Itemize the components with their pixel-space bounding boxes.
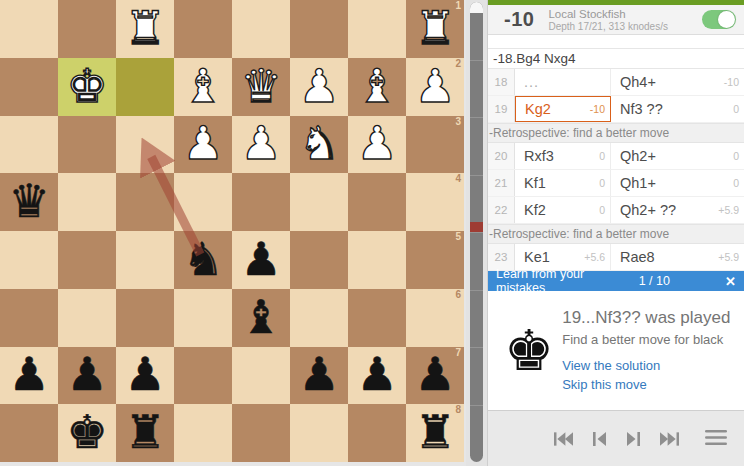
retrospective-bar: -Retrospective: find a better move [488,224,744,244]
square-a2[interactable]: ♟2 [406,58,464,116]
square-a1[interactable]: ♜1 [406,0,464,58]
move-san: Ke1 [524,249,550,265]
square-g7[interactable]: ♟ [58,347,116,405]
square-h5[interactable] [0,231,58,289]
white-pawn[interactable]: ♟ [298,63,339,109]
eval-gauge-tick [470,175,483,176]
square-g8[interactable]: ♚ [58,404,116,462]
engine-info: Local Stockfish Depth 17/21, 313 knodes/… [548,7,702,33]
square-h3[interactable] [0,116,58,174]
engine-header: -10 Local Stockfish Depth 17/21, 313 kno… [488,5,744,35]
white-pawn[interactable]: ♟ [414,63,455,109]
square-c3[interactable]: ♞ [290,116,348,174]
rank-coordinate-label: 3 [455,117,461,127]
white-king[interactable]: ♚ [66,63,107,109]
retrospective-bar: -Retrospective: find a better move [488,123,744,143]
black-pawn[interactable]: ♟ [66,351,107,397]
move-row-20: 20 Rxf30 Qh2+0 [488,143,744,170]
move-eval: -10 [590,103,605,115]
square-b8[interactable] [348,404,406,462]
move-eval: +5.9 [718,251,739,263]
square-b4[interactable] [348,173,406,231]
played-move-label: 19...Nf3?? was played [562,306,730,331]
move-row-21: 21 Kf10 Qh1+0 [488,170,744,197]
square-b1[interactable] [348,0,406,58]
move-white-18[interactable]: ... [515,69,611,95]
move-black-18[interactable]: Qh4+-10 [611,69,744,95]
black-king[interactable]: ♚ [66,409,107,455]
move-number: 20 [488,143,515,169]
square-a8[interactable]: ♜8 [406,404,464,462]
rank-coordinate-label: 6 [455,290,461,300]
black-pawn[interactable]: ♟ [124,351,165,397]
square-h1[interactable] [0,0,58,58]
move-eval: -10 [724,76,739,88]
previous-move-button[interactable] [592,432,607,446]
square-a7[interactable]: ♟7 [406,347,464,405]
square-d1[interactable] [232,0,290,58]
move-san: Qh4+ [620,74,656,90]
white-bishop[interactable]: ♝ [356,63,397,109]
white-rook[interactable]: ♜ [414,5,455,51]
white-bishop[interactable]: ♝ [182,63,223,109]
square-f5[interactable] [116,231,174,289]
move-eval: +5.6 [584,251,605,263]
square-e1[interactable] [174,0,232,58]
black-pawn[interactable]: ♟ [8,351,49,397]
square-f8[interactable]: ♜ [116,404,174,462]
mistake-counter: 1 / 10 [602,274,708,288]
square-h2[interactable] [0,58,58,116]
move-white-19-current[interactable]: Kg2-10 [515,96,611,122]
square-c2[interactable]: ♟ [290,58,348,116]
square-g4[interactable] [58,173,116,231]
square-c7[interactable]: ♟ [290,347,348,405]
square-a3[interactable]: 3 [406,116,464,174]
move-san: Nf3 ?? [620,101,663,117]
movelist-spacer [488,35,744,48]
eval-gauge-tick [470,290,483,291]
move-eval: 0 [599,150,605,162]
analysis-panel: -10 Local Stockfish Depth 17/21, 313 kno… [487,0,744,466]
black-pawn[interactable]: ♟ [414,351,455,397]
square-a5[interactable]: 5 [406,231,464,289]
move-number: 19 [488,96,515,122]
square-f3[interactable] [116,116,174,174]
rank-coordinate-label: 2 [455,59,461,69]
square-e4[interactable] [174,173,232,231]
square-g6[interactable] [58,289,116,347]
rank-coordinate-label: 1 [455,1,461,11]
move-san: Kg2 [525,101,551,117]
move-san: ... [524,74,539,90]
square-c8[interactable] [290,404,348,462]
move-eval: 0 [599,177,605,189]
white-pawn[interactable]: ♟ [182,120,223,166]
move-eval: 0 [599,204,605,216]
move-san: Qh1+ [620,175,656,191]
navigation-bar [488,411,744,466]
eval-gauge-tick [470,117,483,118]
jump-to-start-button[interactable] [554,432,573,446]
square-h7[interactable]: ♟ [0,347,58,405]
rank-coordinate-label: 8 [455,405,461,415]
chess-board[interactable]: ♜♜1♚♝♛♟♝♟2♟♟♞♟3♛4♞♟5♝6♟♟♟♟♟♟7♚♜♜8 [0,0,464,462]
square-d4[interactable] [232,173,290,231]
square-f1[interactable]: ♜ [116,0,174,58]
move-white-21[interactable]: Kf10 [515,170,611,196]
eval-gauge-tick [470,60,483,61]
black-bishop[interactable]: ♝ [240,294,281,340]
black-queen[interactable]: ♛ [8,178,49,224]
jump-to-end-button[interactable] [660,432,679,446]
move-black-21[interactable]: Qh1+0 [611,170,744,196]
engine-depth: Depth 17/21, 313 knodes/s [548,21,702,33]
black-pawn[interactable]: ♟ [298,351,339,397]
square-g2[interactable]: ♚ [58,58,116,116]
square-d3[interactable]: ♟ [232,116,290,174]
find-better-prompt: Find a better move for black [562,331,730,350]
white-pawn[interactable]: ♟ [240,120,281,166]
move-number: 22 [488,197,515,223]
move-eval: 0 [733,150,739,162]
black-king-icon: ♚ [504,323,554,379]
move-row-19: 19 Kg2-10 Nf3 ??0 [488,96,744,123]
black-pawn[interactable]: ♟ [356,351,397,397]
move-row-22: 22 Kf20 Qh2+ ??+5.9 [488,197,744,224]
move-san: Qh2+ [620,148,656,164]
chess-board-area: ♜♜1♚♝♛♟♝♟2♟♟♞♟3♛4♞♟5♝6♟♟♟♟♟♟7♚♜♜8 [0,0,466,466]
square-d7[interactable] [232,347,290,405]
white-rook[interactable]: ♜ [124,5,165,51]
eval-gauge-tick [470,347,483,348]
square-c6[interactable] [290,289,348,347]
eval-gauge-tick [470,405,483,406]
move-eval: 0 [733,103,739,115]
square-b7[interactable]: ♟ [348,347,406,405]
move-black-20[interactable]: Qh2+0 [611,143,744,169]
square-f2[interactable] [116,58,174,116]
engine-eval: -10 [488,8,548,31]
square-g3[interactable] [58,116,116,174]
square-e8[interactable] [174,404,232,462]
square-h8[interactable] [0,404,58,462]
square-c5[interactable] [290,231,348,289]
move-white-22[interactable]: Kf20 [515,197,611,223]
white-pawn[interactable]: ♟ [356,120,397,166]
square-h6[interactable] [0,289,58,347]
move-san: Kf1 [524,175,546,191]
square-g1[interactable] [58,0,116,58]
eval-gauge-tick [470,232,483,233]
rank-coordinate-label: 4 [455,174,461,184]
move-san: Rae8 [620,249,655,265]
square-e6[interactable] [174,289,232,347]
move-row-18: 18 ... Qh4+-10 [488,69,744,96]
rank-coordinate-label: 5 [455,232,461,242]
square-e7[interactable] [174,347,232,405]
engine-toggle[interactable] [702,10,736,29]
square-a6[interactable]: 6 [406,289,464,347]
move-eval: +5.9 [718,204,739,216]
move-eval: 0 [733,177,739,189]
eval-gauge-strip [466,0,487,466]
move-san: Qh2+ ?? [620,202,676,218]
square-c1[interactable] [290,0,348,58]
move-san: Kf2 [524,202,546,218]
rank-coordinate-label: 7 [455,348,461,358]
square-d5[interactable]: ♟ [232,231,290,289]
square-f4[interactable] [116,173,174,231]
square-d2[interactable]: ♛ [232,58,290,116]
white-knight[interactable]: ♞ [298,120,339,166]
square-b3[interactable]: ♟ [348,116,406,174]
square-b6[interactable] [348,289,406,347]
eval-gauge-white-portion [470,2,483,13]
eval-gauge [470,2,483,462]
close-icon[interactable]: ✕ [707,274,736,289]
square-f7[interactable]: ♟ [116,347,174,405]
context-move-line[interactable]: -18.Bg4 Nxg4 [488,48,744,69]
square-b5[interactable] [348,231,406,289]
white-queen[interactable]: ♛ [240,63,281,109]
move-white-20[interactable]: Rxf30 [515,143,611,169]
mistake-text: 19...Nf3?? was played Find a better move… [562,306,730,395]
mistake-content: ♚ 19...Nf3?? was played Find a better mo… [488,291,744,411]
next-move-button[interactable] [626,432,641,446]
square-c4[interactable] [290,173,348,231]
square-e5[interactable]: ♞ [174,231,232,289]
black-rook[interactable]: ♜ [414,409,455,455]
square-g5[interactable] [58,231,116,289]
move-black-22[interactable]: Qh2+ ??+5.9 [611,197,744,223]
square-e2[interactable]: ♝ [174,58,232,116]
move-number: 21 [488,170,515,196]
move-san: Rxf3 [524,148,554,164]
engine-toggle-knob [718,11,735,28]
move-number: 18 [488,69,515,95]
learn-from-mistakes-bar: Learn from your mistakes 1 / 10 ✕ [488,271,744,291]
black-knight[interactable]: ♞ [182,236,223,282]
square-f6[interactable] [116,289,174,347]
square-d6[interactable]: ♝ [232,289,290,347]
skip-move-link[interactable]: Skip this move [562,376,730,395]
square-d8[interactable] [232,404,290,462]
black-pawn[interactable]: ♟ [240,236,281,282]
move-black-23[interactable]: Rae8+5.9 [611,244,744,270]
square-b2[interactable]: ♝ [348,58,406,116]
view-solution-link[interactable]: View the solution [562,357,730,376]
menu-icon[interactable] [705,429,727,448]
engine-name: Local Stockfish [548,8,702,21]
square-a4[interactable]: 4 [406,173,464,231]
square-e3[interactable]: ♟ [174,116,232,174]
black-rook[interactable]: ♜ [124,409,165,455]
square-h4[interactable]: ♛ [0,173,58,231]
move-black-19[interactable]: Nf3 ??0 [611,96,744,122]
